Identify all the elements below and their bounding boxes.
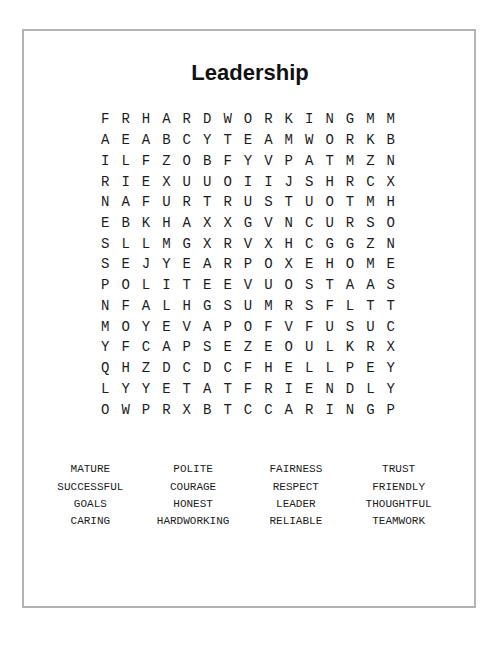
grid-cell: A (299, 150, 319, 171)
grid-cell: W (299, 130, 319, 151)
grid-cell: L (136, 233, 156, 254)
grid-cell: U (197, 171, 217, 192)
grid-cell: J (279, 171, 299, 192)
grid-cell: I (238, 171, 258, 192)
grid-cell: R (340, 130, 360, 151)
grid-cell: J (136, 254, 156, 275)
grid-cell: E (381, 254, 401, 275)
grid-cell: C (299, 213, 319, 234)
grid-cell: B (381, 130, 401, 151)
grid-cell: A (360, 275, 380, 296)
grid-cell: Z (360, 150, 380, 171)
grid-cell: P (217, 316, 237, 337)
grid-cell: E (279, 358, 299, 379)
word-item: RESPECT (245, 478, 348, 495)
grid-cell: K (340, 337, 360, 358)
grid-cell: I (319, 399, 339, 420)
word-item: RELIABLE (245, 513, 348, 530)
grid-cell: F (238, 379, 258, 400)
word-item: FRIENDLY (347, 478, 450, 495)
grid-cell: A (197, 379, 217, 400)
grid-cell: T (177, 379, 197, 400)
grid-cell: U (299, 192, 319, 213)
grid-cell: R (95, 171, 115, 192)
grid-cell: M (381, 109, 401, 130)
grid-cell: K (360, 130, 380, 151)
grid-cell: F (136, 192, 156, 213)
grid-cell: V (258, 213, 278, 234)
grid-cell: O (238, 109, 258, 130)
grid-cell: Y (156, 254, 176, 275)
grid-cell: S (299, 171, 319, 192)
grid-cell: G (340, 233, 360, 254)
grid-cell: Y (136, 316, 156, 337)
grid-cell: E (217, 337, 237, 358)
grid-cell: S (95, 254, 115, 275)
grid-cell: A (177, 213, 197, 234)
grid-cell: N (319, 379, 339, 400)
grid-cell: X (279, 254, 299, 275)
grid-cell: I (115, 171, 135, 192)
grid-cell: O (217, 171, 237, 192)
grid-cell: O (115, 316, 135, 337)
grid-cell: A (115, 192, 135, 213)
grid-cell: W (115, 399, 135, 420)
word-item: FAIRNESS (245, 461, 348, 478)
grid-cell: C (381, 316, 401, 337)
grid-cell: L (299, 358, 319, 379)
grid-cell: R (360, 337, 380, 358)
grid-cell: R (177, 192, 197, 213)
grid-cell: M (279, 130, 299, 151)
grid-cell: L (136, 275, 156, 296)
grid-cell: T (340, 192, 360, 213)
grid-cell: U (319, 316, 339, 337)
grid-cell: P (279, 150, 299, 171)
grid-cell: F (319, 296, 339, 317)
grid-cell: P (136, 399, 156, 420)
grid-cell: H (115, 358, 135, 379)
grid-cell: X (156, 171, 176, 192)
grid-cell: S (381, 275, 401, 296)
grid-cell: N (381, 150, 401, 171)
word-item: COURAGE (142, 478, 245, 495)
grid-cell: A (258, 130, 278, 151)
grid-cell: U (319, 213, 339, 234)
grid-cell: M (360, 192, 380, 213)
grid-cell: L (319, 358, 339, 379)
grid-cell: T (217, 399, 237, 420)
word-item: MATURE (39, 461, 142, 478)
grid-cell: H (319, 254, 339, 275)
grid-cell: T (197, 192, 217, 213)
grid-cell: P (238, 254, 258, 275)
grid-cell: L (156, 296, 176, 317)
grid-cell: W (217, 109, 237, 130)
grid-cell: P (381, 399, 401, 420)
grid-cell: Z (360, 233, 380, 254)
grid-cell: Y (115, 379, 135, 400)
grid-cell: R (217, 254, 237, 275)
grid-cell: E (299, 254, 319, 275)
grid-cell: O (95, 399, 115, 420)
grid-cell: L (95, 379, 115, 400)
grid-cell: S (95, 233, 115, 254)
grid-cell: D (340, 379, 360, 400)
grid-cell: L (360, 379, 380, 400)
grid-cell: Y (95, 337, 115, 358)
grid-cell: S (197, 337, 217, 358)
grid-cell: G (340, 109, 360, 130)
grid-cell: C (136, 337, 156, 358)
grid-cell: T (319, 275, 339, 296)
grid-cell: E (156, 316, 176, 337)
grid-cell: A (156, 337, 176, 358)
grid-cell: X (177, 399, 197, 420)
grid-cell: F (299, 316, 319, 337)
grid-cell: N (279, 213, 299, 234)
grid-cell: N (95, 192, 115, 213)
grid-cell: E (238, 130, 258, 151)
grid-cell: U (299, 337, 319, 358)
grid-cell: R (217, 192, 237, 213)
grid-cell: S (299, 296, 319, 317)
grid-cell: O (319, 192, 339, 213)
grid-cell: G (319, 233, 339, 254)
grid-cell: O (258, 254, 278, 275)
grid-cell: M (95, 316, 115, 337)
grid-cell: X (197, 233, 217, 254)
grid-cell: O (279, 275, 299, 296)
grid-cell: C (177, 358, 197, 379)
grid-cell: R (340, 213, 360, 234)
grid-cell: V (279, 316, 299, 337)
grid-cell: A (340, 275, 360, 296)
grid-cell: N (381, 233, 401, 254)
grid-cell: E (95, 213, 115, 234)
grid-cell: C (258, 399, 278, 420)
grid-cell: M (360, 109, 380, 130)
grid-cell: A (197, 316, 217, 337)
word-item: LEADER (245, 496, 348, 513)
grid-cell: H (177, 296, 197, 317)
grid-cell: X (381, 171, 401, 192)
grid-cell: N (340, 399, 360, 420)
grid-cell: T (177, 275, 197, 296)
grid-cell: E (115, 254, 135, 275)
grid-cell: A (279, 399, 299, 420)
word-item: HARDWORKING (142, 513, 245, 530)
grid-cell: X (197, 213, 217, 234)
puzzle-title: Leadership (0, 60, 500, 86)
grid-cell: I (156, 275, 176, 296)
grid-cell: T (381, 296, 401, 317)
grid-cell: O (279, 337, 299, 358)
grid-cell: G (238, 213, 258, 234)
grid-cell: O (381, 213, 401, 234)
grid-cell: U (258, 275, 278, 296)
grid-cell: R (258, 379, 278, 400)
grid-cell: D (156, 358, 176, 379)
word-list: MATUREPOLITEFAIRNESSTRUSTSUCCESSFULCOURA… (39, 461, 450, 531)
grid-cell: B (115, 213, 135, 234)
grid-cell: K (279, 109, 299, 130)
grid-cell: D (197, 358, 217, 379)
grid-cell: E (217, 275, 237, 296)
grid-cell: H (319, 171, 339, 192)
grid-cell: Z (238, 337, 258, 358)
grid-cell: L (115, 233, 135, 254)
word-item: GOALS (39, 496, 142, 513)
grid-cell: O (340, 254, 360, 275)
grid-cell: R (299, 399, 319, 420)
grid-cell: I (299, 109, 319, 130)
grid-cell: U (238, 296, 258, 317)
grid-cell: V (238, 233, 258, 254)
grid-cell: L (340, 296, 360, 317)
grid-cell: U (156, 192, 176, 213)
grid-cell: O (319, 130, 339, 151)
grid-cell: H (381, 192, 401, 213)
grid-cell: F (258, 316, 278, 337)
grid-cell: T (360, 296, 380, 317)
grid-cell: I (279, 379, 299, 400)
word-item: THOUGHTFUL (347, 496, 450, 513)
grid-cell: U (360, 316, 380, 337)
grid-cell: E (177, 254, 197, 275)
grid-cell: P (340, 358, 360, 379)
grid-cell: G (177, 233, 197, 254)
grid-cell: E (258, 337, 278, 358)
word-item: CARING (39, 513, 142, 530)
grid-cell: R (156, 399, 176, 420)
grid-cell: C (217, 358, 237, 379)
grid-cell: S (217, 296, 237, 317)
grid-cell: X (258, 233, 278, 254)
letter-grid: FRHARDWORKINGMMAEABCYTEAMWORKBILFZOBFYVP… (95, 109, 401, 420)
grid-cell: Y (197, 130, 217, 151)
grid-cell: M (156, 233, 176, 254)
grid-cell: S (299, 275, 319, 296)
word-item: TRUST (347, 461, 450, 478)
grid-cell: R (217, 233, 237, 254)
grid-cell: I (258, 171, 278, 192)
grid-cell: Y (381, 379, 401, 400)
grid-cell: C (299, 233, 319, 254)
grid-cell: Y (238, 150, 258, 171)
grid-cell: H (279, 233, 299, 254)
grid-cell: H (156, 213, 176, 234)
grid-cell: L (115, 150, 135, 171)
grid-cell: R (258, 109, 278, 130)
grid-cell: M (360, 254, 380, 275)
word-item: TEAMWORK (347, 513, 450, 530)
grid-cell: B (197, 150, 217, 171)
grid-cell: E (136, 171, 156, 192)
grid-cell: L (319, 337, 339, 358)
grid-cell: G (360, 399, 380, 420)
grid-cell: Y (381, 358, 401, 379)
grid-cell: O (238, 316, 258, 337)
grid-cell: E (197, 275, 217, 296)
grid-cell: Q (95, 358, 115, 379)
grid-cell: O (115, 275, 135, 296)
grid-cell: V (238, 275, 258, 296)
grid-cell: C (360, 171, 380, 192)
grid-cell: C (238, 399, 258, 420)
grid-cell: D (197, 109, 217, 130)
grid-cell: F (115, 337, 135, 358)
grid-cell: Z (136, 358, 156, 379)
grid-cell: A (197, 254, 217, 275)
grid-cell: Y (136, 379, 156, 400)
grid-cell: P (95, 275, 115, 296)
grid-cell: Z (156, 150, 176, 171)
grid-cell: E (115, 130, 135, 151)
grid-cell: X (381, 337, 401, 358)
grid-cell: A (95, 130, 115, 151)
grid-cell: I (95, 150, 115, 171)
grid-cell: M (340, 150, 360, 171)
grid-cell: U (238, 192, 258, 213)
grid-cell: O (177, 150, 197, 171)
grid-cell: H (258, 358, 278, 379)
grid-cell: S (340, 316, 360, 337)
grid-cell: F (238, 358, 258, 379)
word-search-page: Leadership FRHARDWORKINGMMAEABCYTEAMWORK… (0, 0, 500, 647)
grid-cell: F (95, 109, 115, 130)
word-item: POLITE (142, 461, 245, 478)
grid-cell: B (156, 130, 176, 151)
grid-cell: V (177, 316, 197, 337)
grid-cell: E (156, 379, 176, 400)
grid-cell: V (258, 150, 278, 171)
grid-cell: C (177, 130, 197, 151)
grid-cell: R (115, 109, 135, 130)
grid-cell: G (197, 296, 217, 317)
grid-cell: R (340, 171, 360, 192)
word-item: HONEST (142, 496, 245, 513)
grid-cell: S (258, 192, 278, 213)
grid-cell: F (217, 150, 237, 171)
grid-cell: T (217, 130, 237, 151)
grid-cell: B (197, 399, 217, 420)
grid-cell: T (279, 192, 299, 213)
grid-cell: R (279, 296, 299, 317)
grid-cell: R (177, 109, 197, 130)
grid-cell: E (360, 358, 380, 379)
grid-cell: A (156, 109, 176, 130)
grid-cell: F (136, 150, 156, 171)
grid-cell: P (177, 337, 197, 358)
grid-cell: X (217, 213, 237, 234)
word-item: SUCCESSFUL (39, 478, 142, 495)
grid-cell: T (319, 150, 339, 171)
grid-cell: N (95, 296, 115, 317)
grid-cell: M (258, 296, 278, 317)
grid-cell: T (217, 379, 237, 400)
grid-cell: F (115, 296, 135, 317)
grid-cell: H (136, 109, 156, 130)
grid-cell: E (299, 379, 319, 400)
grid-cell: U (177, 171, 197, 192)
grid-cell: N (319, 109, 339, 130)
grid-cell: A (136, 130, 156, 151)
grid-cell: A (136, 296, 156, 317)
grid-cell: S (360, 213, 380, 234)
grid-cell: K (136, 213, 156, 234)
